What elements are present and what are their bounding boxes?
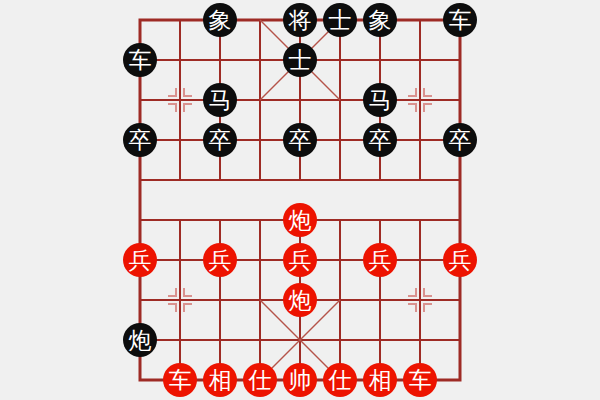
- red-general[interactable]: 帅: [283, 363, 317, 397]
- xiangqi-board: 象将士象车车士马马卒卒卒卒卒炮兵兵兵兵兵炮炮车相仕帅仕相车: [120, 0, 480, 400]
- black-soldier[interactable]: 卒: [203, 123, 237, 157]
- black-advisor[interactable]: 士: [283, 43, 317, 77]
- black-horse[interactable]: 马: [363, 83, 397, 117]
- black-general[interactable]: 将: [283, 3, 317, 37]
- red-cannon[interactable]: 炮: [283, 203, 317, 237]
- black-elephant[interactable]: 象: [203, 3, 237, 37]
- red-elephant[interactable]: 相: [363, 363, 397, 397]
- black-chariot[interactable]: 车: [123, 43, 157, 77]
- red-soldier[interactable]: 兵: [363, 243, 397, 277]
- black-soldier[interactable]: 卒: [363, 123, 397, 157]
- red-soldier[interactable]: 兵: [203, 243, 237, 277]
- red-elephant[interactable]: 相: [203, 363, 237, 397]
- xiangqi-board-screenshot: 象将士象车车士马马卒卒卒卒卒炮兵兵兵兵兵炮炮车相仕帅仕相车: [0, 0, 600, 400]
- black-horse[interactable]: 马: [203, 83, 237, 117]
- black-elephant[interactable]: 象: [363, 3, 397, 37]
- black-soldier[interactable]: 卒: [443, 123, 477, 157]
- red-soldier[interactable]: 兵: [123, 243, 157, 277]
- red-advisor[interactable]: 仕: [243, 363, 277, 397]
- pieces-grid: 象将士象车车士马马卒卒卒卒卒炮兵兵兵兵兵炮炮车相仕帅仕相车: [120, 0, 480, 400]
- black-soldier[interactable]: 卒: [283, 123, 317, 157]
- black-soldier[interactable]: 卒: [123, 123, 157, 157]
- black-advisor[interactable]: 士: [323, 3, 357, 37]
- red-cannon[interactable]: 炮: [283, 283, 317, 317]
- red-chariot[interactable]: 车: [163, 363, 197, 397]
- red-advisor[interactable]: 仕: [323, 363, 357, 397]
- red-chariot[interactable]: 车: [403, 363, 437, 397]
- black-cannon[interactable]: 炮: [123, 323, 157, 357]
- black-chariot[interactable]: 车: [443, 3, 477, 37]
- red-soldier[interactable]: 兵: [443, 243, 477, 277]
- red-soldier[interactable]: 兵: [283, 243, 317, 277]
